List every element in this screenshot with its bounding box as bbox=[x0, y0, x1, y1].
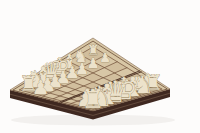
piece-black-pawn: ♟ bbox=[99, 50, 111, 65]
chess-board-scene: ♜♞♟♝♟♚♟♟♛♟♝♟♟♞♜♟♟♜♞♟♟♝♟♚♟♛♟♝♟♞♟♜ bbox=[0, 0, 200, 133]
piece-white-rook: ♜ bbox=[82, 84, 105, 114]
product-photo: ♜♞♟♝♟♚♟♟♛♟♝♟♟♞♜♟♟♜♞♟♟♝♟♚♟♛♟♝♟♞♟♜ bbox=[0, 0, 200, 133]
piece-black-pawn: ♟ bbox=[32, 76, 49, 99]
